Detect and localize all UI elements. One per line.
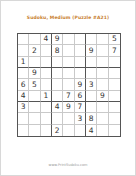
sudoku-cell[interactable]: 3 [75, 113, 86, 124]
sudoku-cell[interactable]: 7 [63, 91, 74, 102]
sudoku-cell[interactable] [29, 57, 40, 68]
sudoku-cell[interactable]: 6 [75, 91, 86, 102]
sudoku-cell[interactable]: 2 [29, 45, 40, 56]
sudoku-cell[interactable] [63, 125, 74, 136]
sudoku-cell[interactable] [63, 113, 74, 124]
sudoku-cell[interactable] [63, 68, 74, 79]
sudoku-cell[interactable]: 9 [63, 102, 74, 113]
sudoku-cell[interactable] [52, 68, 63, 79]
sudoku-cell[interactable] [63, 45, 74, 56]
sudoku-cell[interactable] [75, 125, 86, 136]
sudoku-cell[interactable] [29, 125, 40, 136]
sudoku-cell[interactable]: 1 [41, 91, 52, 102]
sudoku-cell[interactable] [86, 91, 97, 102]
sudoku-cell[interactable] [52, 113, 63, 124]
sudoku-cell[interactable]: 3 [18, 102, 29, 113]
sudoku-cell[interactable]: 7 [75, 102, 86, 113]
sudoku-cell[interactable] [75, 68, 86, 79]
sudoku-cell[interactable] [97, 45, 108, 56]
sudoku-cell[interactable] [109, 113, 120, 124]
sudoku-cell[interactable] [86, 57, 97, 68]
sudoku-cell[interactable] [109, 57, 120, 68]
sudoku-cell[interactable]: 4 [52, 102, 63, 113]
sudoku-cell[interactable]: 4 [86, 125, 97, 136]
sudoku-cell[interactable]: 5 [29, 79, 40, 90]
sudoku-cell[interactable] [109, 79, 120, 90]
sudoku-cell[interactable]: 4 [18, 91, 29, 102]
sudoku-cell[interactable] [97, 79, 108, 90]
sudoku-cell[interactable] [97, 113, 108, 124]
sudoku-cell[interactable]: 9 [97, 91, 108, 102]
sudoku-cell[interactable]: 6 [18, 79, 29, 90]
sudoku-cell[interactable]: 8 [52, 45, 63, 56]
sudoku-cell[interactable] [18, 125, 29, 136]
sudoku-cell[interactable] [63, 34, 74, 45]
sudoku-cell[interactable] [86, 68, 97, 79]
sudoku-cell[interactable] [18, 68, 29, 79]
sudoku-cell[interactable]: 5 [109, 34, 120, 45]
sudoku-cell[interactable] [29, 113, 40, 124]
sudoku-cell[interactable] [41, 113, 52, 124]
sudoku-cell[interactable] [97, 68, 108, 79]
sudoku-cell[interactable] [86, 102, 97, 113]
sudoku-cell[interactable] [97, 34, 108, 45]
sudoku-cell[interactable] [41, 45, 52, 56]
sudoku-board: 49528971965934176934973824 [17, 33, 121, 137]
sudoku-cell[interactable]: 3 [86, 79, 97, 90]
sudoku-cell[interactable]: 9 [75, 79, 86, 90]
sudoku-cell[interactable] [18, 113, 29, 124]
sudoku-cell[interactable] [18, 45, 29, 56]
sudoku-cell[interactable] [109, 68, 120, 79]
sudoku-cell[interactable] [18, 34, 29, 45]
sudoku-cell[interactable] [86, 34, 97, 45]
sudoku-cell[interactable] [41, 68, 52, 79]
sudoku-cell[interactable] [41, 79, 52, 90]
sudoku-cell[interactable]: 8 [86, 113, 97, 124]
sudoku-cell[interactable] [41, 57, 52, 68]
footer-site-text: www.PrintSudoku.com [1, 163, 135, 167]
sudoku-cell[interactable] [41, 102, 52, 113]
sudoku-cell[interactable] [52, 57, 63, 68]
sudoku-cell[interactable]: 2 [52, 125, 63, 136]
sudoku-cell[interactable] [97, 102, 108, 113]
sudoku-cell[interactable]: 9 [52, 34, 63, 45]
sudoku-cell[interactable] [109, 91, 120, 102]
sudoku-cell[interactable] [29, 34, 40, 45]
sudoku-cell[interactable] [29, 102, 40, 113]
sudoku-cell[interactable] [109, 125, 120, 136]
sudoku-cell[interactable]: 9 [86, 45, 97, 56]
sudoku-cell[interactable]: 4 [41, 34, 52, 45]
sudoku-cell[interactable] [75, 34, 86, 45]
sudoku-cell[interactable] [97, 57, 108, 68]
sudoku-cell[interactable] [41, 125, 52, 136]
sudoku-cell[interactable] [52, 79, 63, 90]
page-title: Sudoku, Medium (Puzzle #A21) [1, 15, 135, 20]
sudoku-cell[interactable]: 9 [29, 68, 40, 79]
sudoku-cell[interactable] [109, 102, 120, 113]
sudoku-page: Sudoku, Medium (Puzzle #A21) 49528971965… [0, 0, 136, 176]
sudoku-cell[interactable] [29, 91, 40, 102]
sudoku-cell[interactable] [75, 57, 86, 68]
sudoku-cell[interactable]: 1 [18, 57, 29, 68]
sudoku-cell[interactable] [63, 79, 74, 90]
sudoku-cell[interactable] [75, 45, 86, 56]
sudoku-cell[interactable] [63, 57, 74, 68]
sudoku-cell[interactable]: 7 [109, 45, 120, 56]
sudoku-cell[interactable] [97, 125, 108, 136]
sudoku-cell[interactable] [52, 91, 63, 102]
